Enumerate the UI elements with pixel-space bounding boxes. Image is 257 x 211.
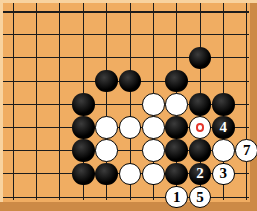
stone-black[interactable] — [165, 139, 188, 162]
move-number-label: 1 — [173, 189, 181, 204]
stone-white[interactable] — [165, 93, 188, 116]
stone-white-move-3[interactable]: 3 — [212, 163, 235, 186]
stone-black[interactable] — [189, 93, 212, 116]
stone-white[interactable] — [119, 116, 142, 139]
grid-vline — [36, 3, 37, 200]
stone-black[interactable] — [165, 163, 188, 186]
move-number-label: 5 — [196, 189, 204, 204]
stone-black[interactable] — [95, 163, 118, 186]
grid-vline — [13, 3, 14, 200]
move-number-label: 3 — [220, 166, 228, 181]
stone-black[interactable] — [165, 116, 188, 139]
stone-white[interactable] — [142, 163, 165, 186]
stone-white[interactable] — [142, 139, 165, 162]
move-number-label: 2 — [196, 166, 204, 181]
stone-white[interactable] — [142, 116, 165, 139]
stone-black[interactable] — [189, 139, 212, 162]
stone-white-move-7[interactable]: 7 — [235, 139, 257, 162]
stone-black[interactable] — [72, 163, 95, 186]
grid-vline — [246, 3, 247, 200]
grid-hline — [3, 197, 249, 198]
stone-black-move-4[interactable]: 4 — [212, 116, 235, 139]
stone-white[interactable] — [95, 139, 118, 162]
grid-vline — [59, 3, 60, 200]
grid-hline — [3, 34, 249, 35]
move-number-label: 7 — [243, 143, 251, 158]
stone-white-marked[interactable] — [189, 116, 212, 139]
stone-white[interactable] — [95, 116, 118, 139]
grid-hline — [3, 57, 249, 58]
circle-marker — [196, 123, 205, 132]
stone-black[interactable] — [72, 116, 95, 139]
stone-white[interactable] — [142, 93, 165, 116]
stone-white[interactable] — [212, 139, 235, 162]
board-top-edge-line — [3, 11, 249, 13]
move-number-label: 4 — [220, 119, 228, 134]
stone-black[interactable] — [72, 139, 95, 162]
stone-black[interactable] — [212, 93, 235, 116]
stone-black[interactable] — [72, 93, 95, 116]
go-diagram: 472315 — [0, 0, 257, 211]
